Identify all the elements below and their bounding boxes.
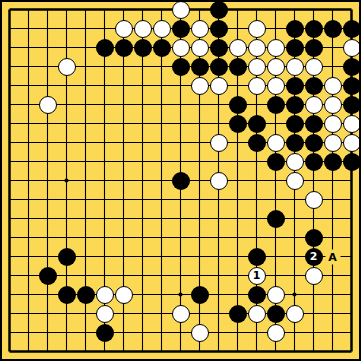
intersection <box>304 266 323 285</box>
intersection <box>209 171 228 190</box>
intersection <box>76 266 95 285</box>
intersection <box>304 0 323 19</box>
intersection <box>114 95 133 114</box>
intersection <box>247 95 266 114</box>
intersection <box>38 323 57 342</box>
intersection <box>19 190 38 209</box>
intersection <box>38 304 57 323</box>
intersection <box>57 247 76 266</box>
intersection <box>19 209 38 228</box>
intersection <box>209 190 228 209</box>
intersection <box>285 57 304 76</box>
intersection <box>152 114 171 133</box>
intersection <box>152 285 171 304</box>
black-stone <box>77 286 95 304</box>
intersection <box>228 57 247 76</box>
intersection <box>38 0 57 19</box>
intersection <box>152 152 171 171</box>
intersection <box>342 190 361 209</box>
intersection <box>38 38 57 57</box>
white-stone <box>286 305 304 323</box>
intersection <box>342 285 361 304</box>
intersection <box>228 247 247 266</box>
intersection <box>76 228 95 247</box>
intersection <box>247 209 266 228</box>
intersection <box>114 190 133 209</box>
intersection <box>114 0 133 19</box>
intersection <box>19 57 38 76</box>
intersection <box>342 133 361 152</box>
intersection <box>133 0 152 19</box>
intersection <box>285 342 304 361</box>
intersection <box>57 190 76 209</box>
intersection <box>57 152 76 171</box>
intersection <box>323 209 342 228</box>
black-stone <box>58 248 76 266</box>
intersection <box>190 0 209 19</box>
intersection <box>76 304 95 323</box>
black-stone <box>229 305 247 323</box>
intersection <box>323 323 342 342</box>
intersection <box>266 266 285 285</box>
intersection <box>304 38 323 57</box>
intersection <box>19 342 38 361</box>
intersection <box>266 323 285 342</box>
intersection <box>209 247 228 266</box>
intersection <box>171 171 190 190</box>
black-stone <box>248 134 266 152</box>
intersection <box>152 228 171 247</box>
intersection <box>171 57 190 76</box>
intersection <box>342 76 361 95</box>
intersection <box>57 266 76 285</box>
intersection <box>228 0 247 19</box>
white-stone <box>305 58 323 76</box>
intersection <box>342 209 361 228</box>
intersection <box>133 76 152 95</box>
intersection <box>57 228 76 247</box>
intersection <box>57 323 76 342</box>
intersection <box>285 304 304 323</box>
intersection <box>133 247 152 266</box>
intersection <box>247 19 266 38</box>
intersection <box>152 171 171 190</box>
intersection <box>133 228 152 247</box>
intersection <box>323 57 342 76</box>
white-stone <box>248 39 266 57</box>
intersection <box>171 114 190 133</box>
intersection <box>38 171 57 190</box>
intersection <box>171 133 190 152</box>
white-stone <box>267 286 285 304</box>
intersection <box>247 247 266 266</box>
intersection <box>285 133 304 152</box>
intersection <box>228 304 247 323</box>
intersection <box>95 285 114 304</box>
intersection <box>228 209 247 228</box>
intersection <box>247 304 266 323</box>
black-stone <box>172 172 190 190</box>
intersection <box>76 190 95 209</box>
intersection <box>95 19 114 38</box>
black-stone <box>96 39 114 57</box>
intersection <box>171 228 190 247</box>
intersection <box>342 323 361 342</box>
intersection <box>304 190 323 209</box>
intersection <box>247 285 266 304</box>
intersection <box>304 95 323 114</box>
intersection <box>171 209 190 228</box>
white-stone <box>248 77 266 95</box>
intersection <box>228 323 247 342</box>
intersection <box>323 152 342 171</box>
black-stone <box>267 153 285 171</box>
intersection <box>95 76 114 95</box>
intersection <box>57 57 76 76</box>
intersection <box>209 266 228 285</box>
intersection <box>266 152 285 171</box>
intersection <box>323 171 342 190</box>
intersection <box>266 247 285 266</box>
intersection <box>0 285 19 304</box>
intersection: 2 <box>304 247 323 266</box>
black-stone <box>153 39 171 57</box>
intersection <box>342 152 361 171</box>
intersection <box>0 209 19 228</box>
white-stone <box>96 286 114 304</box>
black-stone <box>343 77 361 95</box>
intersection <box>0 95 19 114</box>
black-stone <box>286 134 304 152</box>
intersection <box>323 95 342 114</box>
black-stone <box>343 58 361 76</box>
white-stone <box>267 134 285 152</box>
white-stone <box>267 324 285 342</box>
intersection <box>19 38 38 57</box>
black-stone <box>343 96 361 114</box>
intersection <box>114 171 133 190</box>
intersection <box>95 323 114 342</box>
intersection <box>323 114 342 133</box>
intersection <box>247 228 266 247</box>
intersection <box>0 228 19 247</box>
intersection <box>190 209 209 228</box>
intersection <box>323 19 342 38</box>
intersection <box>114 342 133 361</box>
intersection <box>38 19 57 38</box>
intersection <box>304 323 323 342</box>
intersection <box>247 171 266 190</box>
white-stone <box>267 58 285 76</box>
intersection <box>247 323 266 342</box>
intersection <box>323 0 342 19</box>
intersection <box>190 228 209 247</box>
intersection <box>266 209 285 228</box>
black-stone <box>39 267 57 285</box>
intersection <box>76 76 95 95</box>
intersection <box>152 247 171 266</box>
intersection <box>228 76 247 95</box>
intersection <box>19 304 38 323</box>
intersection <box>133 152 152 171</box>
intersection <box>76 285 95 304</box>
white-stone <box>305 191 323 209</box>
intersection <box>152 190 171 209</box>
intersection <box>304 209 323 228</box>
intersection <box>247 152 266 171</box>
intersection <box>304 342 323 361</box>
intersection <box>152 0 171 19</box>
black-stone <box>210 20 228 38</box>
intersection <box>95 247 114 266</box>
intersection: 1 <box>247 266 266 285</box>
intersection <box>228 133 247 152</box>
intersection <box>133 57 152 76</box>
intersection <box>209 57 228 76</box>
intersection <box>19 95 38 114</box>
intersection <box>114 19 133 38</box>
black-stone <box>248 115 266 133</box>
intersection <box>171 247 190 266</box>
intersection <box>152 342 171 361</box>
intersection <box>114 57 133 76</box>
intersection <box>0 171 19 190</box>
intersection <box>95 152 114 171</box>
intersection <box>19 133 38 152</box>
intersection <box>0 114 19 133</box>
intersection <box>228 266 247 285</box>
intersection <box>38 342 57 361</box>
intersection <box>266 114 285 133</box>
black-stone <box>191 286 209 304</box>
intersection <box>19 247 38 266</box>
intersection <box>266 133 285 152</box>
intersection <box>266 57 285 76</box>
intersection <box>285 19 304 38</box>
intersection <box>247 76 266 95</box>
intersection <box>76 38 95 57</box>
intersection <box>190 95 209 114</box>
black-stone <box>343 153 361 171</box>
intersection <box>342 0 361 19</box>
intersection <box>0 152 19 171</box>
intersection <box>133 209 152 228</box>
intersection <box>38 76 57 95</box>
intersection <box>76 171 95 190</box>
intersection <box>285 247 304 266</box>
intersection <box>304 19 323 38</box>
intersection <box>76 342 95 361</box>
white-stone <box>248 305 266 323</box>
intersection <box>304 76 323 95</box>
intersection <box>342 304 361 323</box>
intersection <box>209 114 228 133</box>
intersection <box>228 152 247 171</box>
intersection <box>95 304 114 323</box>
intersection <box>247 114 266 133</box>
intersection <box>342 228 361 247</box>
intersection <box>304 133 323 152</box>
intersection <box>57 0 76 19</box>
intersection <box>38 57 57 76</box>
intersection <box>57 114 76 133</box>
intersection <box>19 76 38 95</box>
intersection <box>285 285 304 304</box>
intersection <box>190 57 209 76</box>
white-stone <box>210 172 228 190</box>
white-stone <box>191 39 209 57</box>
intersection <box>114 323 133 342</box>
white-stone <box>172 305 190 323</box>
intersection <box>0 342 19 361</box>
white-stone-label-1: 1 <box>248 267 266 285</box>
white-stone <box>324 134 342 152</box>
black-stone <box>267 305 285 323</box>
intersection <box>152 57 171 76</box>
intersection <box>323 285 342 304</box>
white-stone <box>172 1 190 19</box>
intersection <box>190 76 209 95</box>
intersection <box>0 76 19 95</box>
intersection <box>133 133 152 152</box>
intersection <box>209 133 228 152</box>
intersection <box>19 323 38 342</box>
intersection <box>190 285 209 304</box>
intersection <box>323 304 342 323</box>
intersection <box>95 57 114 76</box>
black-stone <box>324 20 342 38</box>
intersection <box>133 38 152 57</box>
intersection <box>152 19 171 38</box>
intersection <box>76 247 95 266</box>
white-stone <box>305 267 323 285</box>
intersection <box>304 114 323 133</box>
white-stone <box>286 153 304 171</box>
intersection <box>209 342 228 361</box>
black-stone <box>172 20 190 38</box>
intersection <box>95 190 114 209</box>
black-stone <box>267 210 285 228</box>
intersection <box>0 323 19 342</box>
intersection <box>190 38 209 57</box>
intersection <box>171 266 190 285</box>
intersection <box>285 95 304 114</box>
intersection <box>95 38 114 57</box>
white-stone <box>96 305 114 323</box>
intersection <box>114 304 133 323</box>
intersection <box>152 95 171 114</box>
intersection <box>133 171 152 190</box>
intersection <box>0 266 19 285</box>
intersection <box>228 95 247 114</box>
intersection <box>152 133 171 152</box>
intersection <box>171 304 190 323</box>
intersection <box>133 114 152 133</box>
intersection <box>190 190 209 209</box>
black-stone <box>210 58 228 76</box>
black-stone <box>229 96 247 114</box>
intersection <box>190 114 209 133</box>
intersection <box>266 285 285 304</box>
black-stone <box>305 115 323 133</box>
intersection <box>285 114 304 133</box>
intersection <box>190 19 209 38</box>
intersection <box>0 304 19 323</box>
intersection <box>38 190 57 209</box>
intersection <box>228 171 247 190</box>
intersection <box>209 76 228 95</box>
intersection <box>228 342 247 361</box>
intersection <box>57 95 76 114</box>
white-stone <box>210 134 228 152</box>
black-stone <box>286 39 304 57</box>
intersection <box>190 247 209 266</box>
intersection <box>19 114 38 133</box>
intersection <box>95 133 114 152</box>
intersection <box>133 266 152 285</box>
intersection <box>133 19 152 38</box>
intersection <box>228 285 247 304</box>
white-stone <box>191 20 209 38</box>
intersection <box>76 114 95 133</box>
intersection <box>323 38 342 57</box>
intersection <box>285 0 304 19</box>
intersection <box>0 19 19 38</box>
intersection <box>133 285 152 304</box>
intersection <box>285 76 304 95</box>
intersection <box>266 19 285 38</box>
intersection <box>57 19 76 38</box>
intersection <box>38 285 57 304</box>
intersection <box>114 209 133 228</box>
intersection <box>114 285 133 304</box>
white-stone <box>229 39 247 57</box>
intersection <box>152 209 171 228</box>
intersection <box>57 38 76 57</box>
intersection <box>76 133 95 152</box>
intersection <box>38 114 57 133</box>
intersection <box>266 95 285 114</box>
intersection <box>152 304 171 323</box>
intersection <box>114 152 133 171</box>
black-stone <box>343 20 361 38</box>
board-intersections: 2A1 <box>0 0 361 361</box>
intersection <box>171 190 190 209</box>
intersection <box>304 152 323 171</box>
intersection <box>76 209 95 228</box>
intersection <box>304 171 323 190</box>
intersection <box>152 323 171 342</box>
white-stone <box>324 77 342 95</box>
intersection <box>266 38 285 57</box>
intersection <box>76 0 95 19</box>
intersection <box>342 247 361 266</box>
intersection <box>133 95 152 114</box>
intersection <box>323 266 342 285</box>
intersection <box>171 342 190 361</box>
intersection <box>285 323 304 342</box>
intersection <box>209 95 228 114</box>
intersection <box>209 323 228 342</box>
intersection <box>171 38 190 57</box>
white-stone <box>58 58 76 76</box>
intersection <box>342 171 361 190</box>
intersection <box>285 266 304 285</box>
intersection <box>114 38 133 57</box>
white-stone <box>248 58 266 76</box>
intersection <box>323 342 342 361</box>
intersection <box>342 114 361 133</box>
